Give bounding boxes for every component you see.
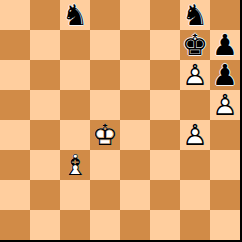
square-c7[interactable] bbox=[60, 30, 90, 60]
square-g2[interactable] bbox=[180, 180, 210, 210]
black-pawn[interactable]: ♟ bbox=[210, 60, 240, 90]
square-g1[interactable] bbox=[180, 210, 210, 240]
square-g3[interactable] bbox=[180, 150, 210, 180]
square-h8[interactable] bbox=[210, 0, 240, 30]
square-e7[interactable] bbox=[120, 30, 150, 60]
square-a5[interactable] bbox=[0, 90, 30, 120]
chess-window: ♞♞♚♟♟♙♟♟♙♚♔♟♙♝♗ bbox=[0, 0, 242, 242]
square-d8[interactable] bbox=[90, 0, 120, 30]
white-king-fill: ♚ bbox=[90, 120, 120, 150]
square-b7[interactable] bbox=[30, 30, 60, 60]
square-b8[interactable] bbox=[30, 0, 60, 30]
square-h2[interactable] bbox=[210, 180, 240, 210]
square-c2[interactable] bbox=[60, 180, 90, 210]
square-h6[interactable]: ♟ bbox=[210, 60, 240, 90]
square-d2[interactable] bbox=[90, 180, 120, 210]
square-b4[interactable] bbox=[30, 120, 60, 150]
square-b3[interactable] bbox=[30, 150, 60, 180]
square-e1[interactable] bbox=[120, 210, 150, 240]
square-c1[interactable] bbox=[60, 210, 90, 240]
square-c5[interactable] bbox=[60, 90, 90, 120]
square-h5[interactable]: ♟♙ bbox=[210, 90, 240, 120]
white-pawn[interactable]: ♙ bbox=[180, 60, 210, 90]
square-g4[interactable]: ♟♙ bbox=[180, 120, 210, 150]
square-f8[interactable] bbox=[150, 0, 180, 30]
square-f7[interactable] bbox=[150, 30, 180, 60]
square-a1[interactable] bbox=[0, 210, 30, 240]
square-c3[interactable]: ♝♗ bbox=[60, 150, 90, 180]
square-h1[interactable] bbox=[210, 210, 240, 240]
square-b6[interactable] bbox=[30, 60, 60, 90]
square-g6[interactable]: ♟♙ bbox=[180, 60, 210, 90]
square-f6[interactable] bbox=[150, 60, 180, 90]
square-c6[interactable] bbox=[60, 60, 90, 90]
square-d3[interactable] bbox=[90, 150, 120, 180]
square-a2[interactable] bbox=[0, 180, 30, 210]
white-bishop[interactable]: ♗ bbox=[60, 150, 90, 180]
square-f2[interactable] bbox=[150, 180, 180, 210]
square-a3[interactable] bbox=[0, 150, 30, 180]
white-pawn-fill: ♟ bbox=[210, 90, 240, 120]
black-knight[interactable]: ♞ bbox=[180, 0, 210, 30]
square-g8[interactable]: ♞ bbox=[180, 0, 210, 30]
black-king[interactable]: ♚ bbox=[180, 30, 210, 60]
square-d7[interactable] bbox=[90, 30, 120, 60]
black-pawn[interactable]: ♟ bbox=[210, 30, 240, 60]
square-a8[interactable] bbox=[0, 0, 30, 30]
square-e5[interactable] bbox=[120, 90, 150, 120]
square-b2[interactable] bbox=[30, 180, 60, 210]
square-e8[interactable] bbox=[120, 0, 150, 30]
black-knight[interactable]: ♞ bbox=[60, 0, 90, 30]
square-d1[interactable] bbox=[90, 210, 120, 240]
square-a6[interactable] bbox=[0, 60, 30, 90]
white-pawn-fill: ♟ bbox=[180, 60, 210, 90]
square-d4[interactable]: ♚♔ bbox=[90, 120, 120, 150]
square-h3[interactable] bbox=[210, 150, 240, 180]
white-pawn-fill: ♟ bbox=[180, 120, 210, 150]
square-e3[interactable] bbox=[120, 150, 150, 180]
square-a4[interactable] bbox=[0, 120, 30, 150]
white-king[interactable]: ♔ bbox=[90, 120, 120, 150]
square-f3[interactable] bbox=[150, 150, 180, 180]
square-d6[interactable] bbox=[90, 60, 120, 90]
square-e2[interactable] bbox=[120, 180, 150, 210]
white-bishop-fill: ♝ bbox=[60, 150, 90, 180]
square-h4[interactable] bbox=[210, 120, 240, 150]
white-pawn[interactable]: ♙ bbox=[180, 120, 210, 150]
square-f5[interactable] bbox=[150, 90, 180, 120]
square-b5[interactable] bbox=[30, 90, 60, 120]
square-f4[interactable] bbox=[150, 120, 180, 150]
square-e4[interactable] bbox=[120, 120, 150, 150]
square-h7[interactable]: ♟ bbox=[210, 30, 240, 60]
square-b1[interactable] bbox=[30, 210, 60, 240]
square-c8[interactable]: ♞ bbox=[60, 0, 90, 30]
square-g7[interactable]: ♚ bbox=[180, 30, 210, 60]
white-pawn[interactable]: ♙ bbox=[210, 90, 240, 120]
square-g5[interactable] bbox=[180, 90, 210, 120]
square-c4[interactable] bbox=[60, 120, 90, 150]
square-e6[interactable] bbox=[120, 60, 150, 90]
square-d5[interactable] bbox=[90, 90, 120, 120]
chess-board: ♞♞♚♟♟♙♟♟♙♚♔♟♙♝♗ bbox=[0, 0, 240, 240]
square-f1[interactable] bbox=[150, 210, 180, 240]
square-a7[interactable] bbox=[0, 30, 30, 60]
